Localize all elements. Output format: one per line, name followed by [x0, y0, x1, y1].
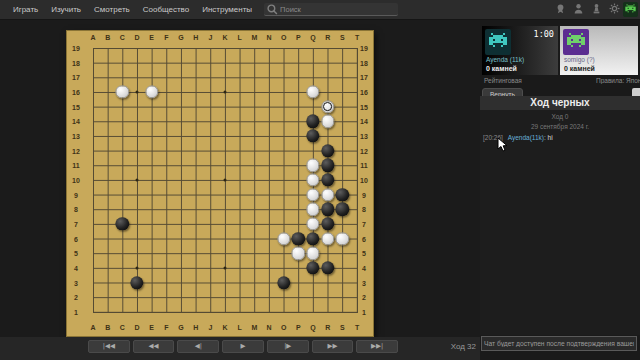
coord-left-13: 13: [72, 133, 80, 140]
chat-input[interactable]: [481, 336, 637, 351]
play-button[interactable]: ▶: [222, 340, 264, 353]
jump-to-start-button[interactable]: |◀◀: [88, 340, 130, 353]
coord-top-R: R: [325, 34, 330, 41]
app-window: ИгратьИзучитьСмотретьСообществоИнструмен…: [0, 0, 640, 360]
black-clock: 1:00: [534, 29, 554, 39]
coord-top-S: S: [340, 34, 345, 41]
coord-bottom-H: H: [193, 324, 198, 331]
user-avatar[interactable]: [623, 2, 638, 17]
star-point-D4: [136, 267, 139, 270]
next-move-button[interactable]: |▶: [267, 340, 309, 353]
coord-bottom-N: N: [267, 324, 272, 331]
coord-bottom-O: O: [281, 324, 286, 331]
rewind-button[interactable]: ◀◀: [133, 340, 175, 353]
medal-icon[interactable]: [555, 3, 566, 14]
coord-top-E: E: [149, 34, 154, 41]
coord-left-12: 12: [72, 147, 80, 154]
coord-bottom-K: K: [222, 324, 227, 331]
coord-left-15: 15: [72, 103, 80, 110]
chat-author[interactable]: Ayenda(11k): [508, 134, 544, 141]
coord-left-1: 1: [74, 309, 78, 316]
coord-left-2: 2: [74, 294, 78, 301]
coord-top-H: H: [193, 34, 198, 41]
coord-left-9: 9: [74, 191, 78, 198]
main-menu: ИгратьИзучитьСмотретьСообществоИнструмен…: [0, 5, 252, 14]
search-input[interactable]: [278, 4, 392, 15]
coord-right-8: 8: [362, 206, 366, 213]
coord-right-2: 2: [362, 294, 366, 301]
coord-top-N: N: [267, 34, 272, 41]
white-player-card[interactable]: somigo (?) 0 камней: [560, 26, 638, 75]
search-box[interactable]: [264, 3, 398, 16]
menu-item-0[interactable]: Играть: [13, 5, 38, 14]
star-point-K4: [224, 267, 227, 270]
turn-indicator-banner: Ход черных: [480, 96, 640, 110]
menu-item-4[interactable]: Инструменты: [202, 5, 252, 14]
white-captures: 0 камней: [564, 65, 595, 72]
coord-top-K: K: [222, 34, 227, 41]
coord-bottom-A: A: [90, 324, 95, 331]
coord-left-11: 11: [72, 162, 79, 169]
black-player-name[interactable]: Ayenda (11k): [486, 56, 524, 63]
coord-right-18: 18: [360, 59, 368, 66]
coord-top-A: A: [90, 34, 95, 41]
coord-left-19: 19: [72, 45, 80, 52]
coord-left-3: 3: [74, 279, 78, 286]
pawn-icon[interactable]: [591, 3, 602, 14]
coord-left-4: 4: [74, 265, 78, 272]
menu-item-1[interactable]: Изучить: [51, 5, 81, 14]
game-type-label: Рейтинговая: [484, 77, 522, 84]
coord-bottom-S: S: [340, 324, 345, 331]
fast-forward-button[interactable]: ▶▶: [312, 340, 354, 353]
previous-move-button[interactable]: ◀|: [177, 340, 219, 353]
star-point-D16: [136, 91, 139, 94]
coord-bottom-M: M: [251, 324, 257, 331]
coord-bottom-J: J: [208, 324, 212, 331]
coord-bottom-E: E: [149, 324, 154, 331]
chat-message: [20:26] Ayenda(11k): hi: [483, 134, 640, 141]
coord-left-16: 16: [72, 89, 80, 96]
black-player-avatar: [485, 29, 511, 55]
coord-bottom-F: F: [164, 324, 168, 331]
game-sidebar: 1:00 Ayenda (11k) 0 камней somigo (?) 0 …: [480, 20, 640, 360]
black-player-card[interactable]: 1:00 Ayenda (11k) 0 камней: [482, 26, 558, 75]
game-meta-row: Рейтинговая Правила: Япон: [482, 77, 638, 87]
coord-left-17: 17: [72, 74, 80, 81]
menu-item-2[interactable]: Смотреть: [94, 5, 130, 14]
coord-right-11: 11: [360, 162, 367, 169]
last-move-marker: [323, 102, 332, 111]
coord-right-12: 12: [360, 147, 368, 154]
coord-right-15: 15: [360, 103, 368, 110]
go-board[interactable]: AABBCCDDEEFFGGHHJJKKLLMMNNOOPPQQRRSSTT19…: [66, 30, 374, 337]
star-point-K10: [224, 179, 227, 182]
person-icon[interactable]: [573, 3, 584, 14]
coord-right-19: 19: [360, 45, 368, 52]
gear-icon[interactable]: [609, 3, 620, 14]
black-captures: 0 камней: [486, 65, 517, 72]
coord-top-J: J: [208, 34, 212, 41]
coord-left-8: 8: [74, 206, 78, 213]
coord-top-P: P: [296, 34, 301, 41]
top-navbar: ИгратьИзучитьСмотретьСообществоИнструмен…: [0, 0, 640, 20]
chat-timestamp: [20:26]: [483, 134, 503, 141]
playback-controls: |◀◀◀◀◀|▶|▶▶▶▶▶|: [88, 340, 398, 353]
coord-left-14: 14: [72, 118, 80, 125]
chat-move-marker: Ход 0: [480, 113, 640, 120]
rules-label: Правила: Япон: [596, 77, 640, 84]
white-player-avatar: [563, 29, 589, 55]
coord-top-G: G: [178, 34, 183, 41]
coord-bottom-Q: Q: [310, 324, 315, 331]
coord-left-7: 7: [74, 221, 78, 228]
coord-top-O: O: [281, 34, 286, 41]
coord-right-10: 10: [360, 177, 368, 184]
coord-bottom-R: R: [325, 324, 330, 331]
coord-top-Q: Q: [310, 34, 315, 41]
white-player-name[interactable]: somigo (?): [564, 56, 595, 63]
coord-left-5: 5: [74, 250, 78, 257]
coord-right-13: 13: [360, 133, 368, 140]
coord-top-L: L: [238, 34, 242, 41]
coord-right-6: 6: [362, 235, 366, 242]
coord-left-10: 10: [72, 177, 80, 184]
star-point-K16: [224, 91, 227, 94]
move-number-label: Ход 32: [432, 342, 476, 351]
coord-right-3: 3: [362, 279, 366, 286]
coord-right-14: 14: [360, 118, 368, 125]
menu-item-3[interactable]: Сообщество: [143, 5, 189, 14]
coord-top-D: D: [134, 34, 139, 41]
star-point-D10: [136, 179, 139, 182]
coord-top-F: F: [164, 34, 168, 41]
jump-to-end-button[interactable]: ▶▶|: [356, 340, 398, 353]
coord-left-18: 18: [72, 59, 80, 66]
coord-right-16: 16: [360, 89, 368, 96]
chat-log[interactable]: Ход 0 29 сентября 2024 г. [20:26] Ayenda…: [480, 110, 640, 335]
coord-left-6: 6: [74, 235, 78, 242]
navbar-icons: [555, 3, 620, 14]
coord-bottom-L: L: [238, 324, 242, 331]
coord-top-B: B: [105, 34, 110, 41]
coord-right-1: 1: [362, 309, 366, 316]
coord-bottom-T: T: [355, 324, 359, 331]
coord-top-C: C: [120, 34, 125, 41]
coord-bottom-D: D: [134, 324, 139, 331]
coord-right-4: 4: [362, 265, 366, 272]
coord-right-5: 5: [362, 250, 366, 257]
coord-right-7: 7: [362, 221, 366, 228]
coord-top-T: T: [355, 34, 359, 41]
coord-top-M: M: [251, 34, 257, 41]
coord-bottom-G: G: [178, 324, 183, 331]
coord-bottom-P: P: [296, 324, 301, 331]
search-icon: [267, 4, 278, 15]
chat-text: hi: [548, 134, 553, 141]
coord-right-9: 9: [362, 191, 366, 198]
playback-bar: |◀◀◀◀◀|▶|▶▶▶▶▶| Ход 32: [0, 337, 480, 360]
chat-date-header: 29 сентября 2024 г.: [480, 123, 640, 130]
coord-bottom-C: C: [120, 324, 125, 331]
coord-bottom-B: B: [105, 324, 110, 331]
coord-right-17: 17: [360, 74, 368, 81]
